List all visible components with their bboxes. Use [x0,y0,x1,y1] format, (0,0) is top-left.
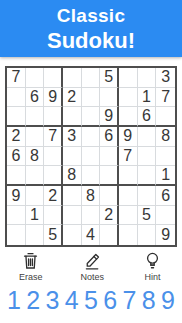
numpad-6[interactable]: 6 [103,287,117,315]
cell-r6c2[interactable] [26,166,45,186]
cell-r1c9[interactable]: 3 [156,68,175,88]
cell-r7c9[interactable]: 6 [156,186,175,206]
cell-r1c3[interactable] [44,68,63,88]
cell-r5c9[interactable] [156,147,175,167]
cell-r2c4[interactable]: 2 [63,88,82,108]
bulb-icon [142,250,163,271]
cell-r8c5[interactable] [82,206,101,226]
cell-r1c8[interactable] [138,68,157,88]
cell-r4c3[interactable]: 7 [44,127,63,147]
cell-r5c4[interactable] [63,147,82,167]
cell-r2c6[interactable] [100,88,119,108]
cell-r9c5[interactable]: 4 [82,225,101,245]
cell-r4c7[interactable]: 9 [119,127,138,147]
cell-r8c6[interactable]: 2 [100,206,119,226]
cell-r5c6[interactable] [100,147,119,167]
cell-r9c8[interactable] [138,225,157,245]
trash-icon [20,250,41,271]
cell-r9c6[interactable] [100,225,119,245]
app-title-line1: Classic [0,5,182,27]
cell-r7c4[interactable] [63,186,82,206]
cell-r8c2[interactable]: 1 [26,206,45,226]
cell-r5c3[interactable] [44,147,63,167]
sudoku-board: 7536921796273698687819286125549 [5,66,177,247]
cell-r9c1[interactable] [7,225,26,245]
cell-r9c4[interactable] [63,225,82,245]
numpad-8[interactable]: 8 [142,287,156,315]
number-pad: 1 2 3 4 5 6 7 8 9 [0,287,182,315]
cell-r4c4[interactable]: 3 [63,127,82,147]
cell-r3c6[interactable]: 9 [100,107,119,127]
cell-r1c6[interactable]: 5 [100,68,119,88]
cell-r7c2[interactable] [26,186,45,206]
cell-r1c5[interactable] [82,68,101,88]
cell-r6c5[interactable] [82,166,101,186]
cell-r6c3[interactable] [44,166,63,186]
cell-r8c7[interactable] [119,206,138,226]
cell-r2c5[interactable] [82,88,101,108]
cell-r6c8[interactable] [138,166,157,186]
cell-r7c1[interactable]: 9 [7,186,26,206]
cell-r2c2[interactable]: 6 [26,88,45,108]
cell-r8c3[interactable] [44,206,63,226]
cell-r5c2[interactable]: 8 [26,147,45,167]
cell-r9c3[interactable]: 5 [44,225,63,245]
cell-r1c2[interactable] [26,68,45,88]
cell-r1c7[interactable] [119,68,138,88]
cell-r3c5[interactable] [82,107,101,127]
cell-r3c9[interactable] [156,107,175,127]
cell-r2c1[interactable] [7,88,26,108]
toolbar: Erase Notes Hint [0,250,182,282]
cell-r4c8[interactable] [138,127,157,147]
cell-r4c6[interactable]: 6 [100,127,119,147]
cell-r3c3[interactable] [44,107,63,127]
cell-r2c3[interactable]: 9 [44,88,63,108]
numpad-2[interactable]: 2 [26,287,40,315]
hint-button[interactable]: Hint [142,250,163,282]
cell-r3c2[interactable] [26,107,45,127]
cell-r9c9[interactable]: 9 [156,225,175,245]
cell-r5c1[interactable]: 6 [7,147,26,167]
cell-r4c5[interactable] [82,127,101,147]
cell-r6c1[interactable] [7,166,26,186]
numpad-1[interactable]: 1 [7,287,21,315]
cell-r7c5[interactable]: 8 [82,186,101,206]
cell-r6c9[interactable]: 1 [156,166,175,186]
cell-r9c2[interactable] [26,225,45,245]
numpad-7[interactable]: 7 [123,287,137,315]
cell-r4c2[interactable] [26,127,45,147]
erase-label: Erase [19,272,43,282]
notes-button[interactable]: Notes [80,250,104,282]
numpad-4[interactable]: 4 [65,287,79,315]
erase-button[interactable]: Erase [19,250,43,282]
cell-r8c9[interactable] [156,206,175,226]
notes-label: Notes [80,272,104,282]
cell-r6c7[interactable] [119,166,138,186]
numpad-5[interactable]: 5 [84,287,98,315]
cell-r3c8[interactable]: 6 [138,107,157,127]
cell-r2c9[interactable]: 7 [156,88,175,108]
cell-r7c6[interactable] [100,186,119,206]
cell-r7c7[interactable] [119,186,138,206]
numpad-9[interactable]: 9 [161,287,175,315]
app-title-line2: Sudoku! [0,28,182,54]
cell-r1c1[interactable]: 7 [7,68,26,88]
hint-label: Hint [144,272,160,282]
pencil-icon [82,250,103,271]
cell-r4c9[interactable]: 8 [156,127,175,147]
cell-r8c8[interactable]: 5 [138,206,157,226]
cell-r7c3[interactable]: 2 [44,186,63,206]
cell-r3c1[interactable] [7,107,26,127]
cell-r7c8[interactable] [138,186,157,206]
cell-r9c7[interactable] [119,225,138,245]
cell-r3c4[interactable] [63,107,82,127]
cell-r8c4[interactable] [63,206,82,226]
cell-r2c8[interactable]: 1 [138,88,157,108]
cell-r5c7[interactable]: 7 [119,147,138,167]
cell-r3c7[interactable] [119,107,138,127]
cell-r1c4[interactable] [63,68,82,88]
cell-r5c8[interactable] [138,147,157,167]
cell-r4c1[interactable]: 2 [7,127,26,147]
cell-r5c5[interactable] [82,147,101,167]
cell-r6c4[interactable]: 8 [63,166,82,186]
numpad-3[interactable]: 3 [46,287,60,315]
cell-r6c6[interactable] [100,166,119,186]
app-header: Classic Sudoku! [0,0,182,57]
cell-r8c1[interactable] [7,206,26,226]
cell-r2c7[interactable] [119,88,138,108]
